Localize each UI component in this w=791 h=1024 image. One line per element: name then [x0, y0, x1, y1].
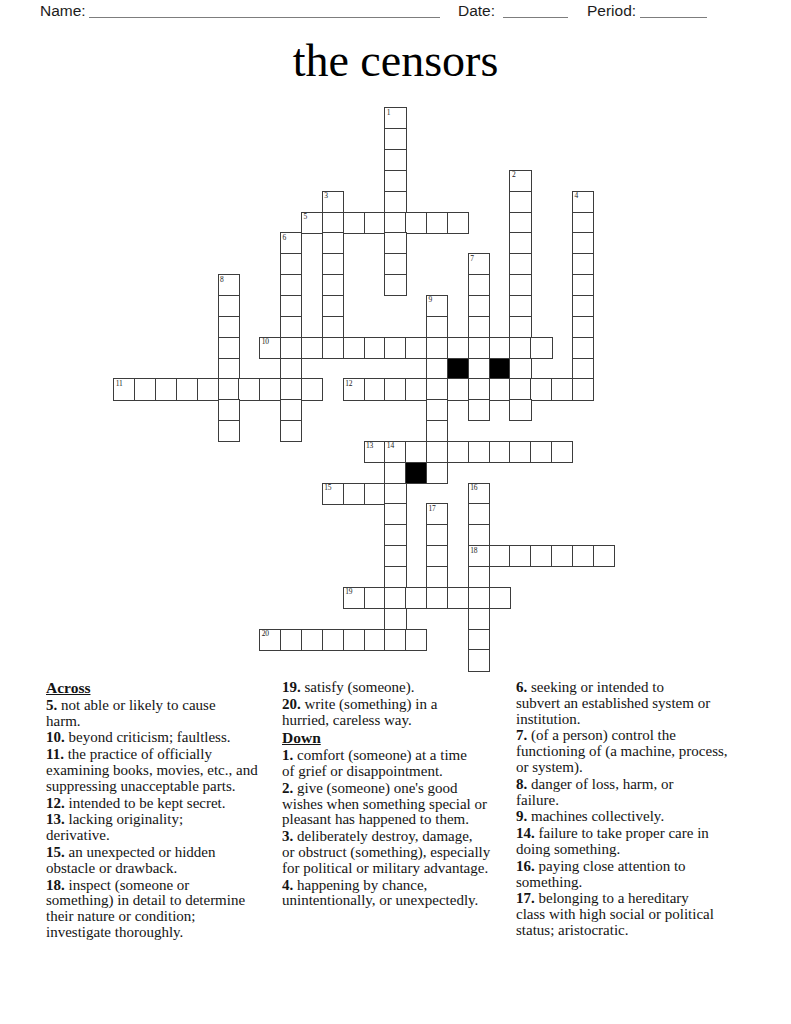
- grid-cell[interactable]: [489, 337, 511, 359]
- grid-cell[interactable]: [468, 399, 490, 421]
- grid-cell[interactable]: [218, 420, 240, 442]
- grid-cell[interactable]: [218, 399, 240, 421]
- cell-number: 10: [262, 338, 269, 346]
- grid-cell[interactable]: [530, 378, 552, 400]
- grid-cell[interactable]: 10: [259, 337, 281, 359]
- cell-number: 7: [470, 255, 474, 263]
- grid-cell[interactable]: [384, 545, 406, 567]
- cell-number: 19: [345, 588, 352, 596]
- grid-cell[interactable]: [280, 358, 302, 380]
- grid-cell[interactable]: [447, 378, 469, 400]
- black-cell: [489, 358, 511, 380]
- grid-cell[interactable]: [489, 587, 511, 609]
- grid-cell[interactable]: [405, 378, 427, 400]
- crossword-grid: 1234567891011121314151617181920: [114, 108, 636, 671]
- clue-column-3: 6. seeking or intended to subvert an est…: [516, 680, 756, 940]
- period-label: Period:: [587, 2, 636, 20]
- grid-cell[interactable]: [468, 274, 490, 296]
- grid-cell[interactable]: 7: [468, 253, 490, 275]
- grid-cell[interactable]: [218, 316, 240, 338]
- grid-cell[interactable]: [384, 212, 406, 234]
- grid-cell[interactable]: [384, 587, 406, 609]
- period-blank-line: [640, 2, 707, 18]
- grid-cell[interactable]: [572, 337, 594, 359]
- grid-cell[interactable]: [218, 337, 240, 359]
- grid-cell[interactable]: [426, 587, 448, 609]
- grid-cell[interactable]: [447, 212, 469, 234]
- grid-cell[interactable]: [301, 629, 323, 651]
- grid-cell[interactable]: [364, 212, 386, 234]
- grid-cell[interactable]: [572, 232, 594, 254]
- date-blank-line: [503, 2, 568, 18]
- clue-across-10: 10. beyond criticism; faultless.: [46, 730, 284, 746]
- clue-number: 7.: [516, 727, 527, 743]
- grid-cell[interactable]: [468, 337, 490, 359]
- grid-cell[interactable]: [447, 337, 469, 359]
- grid-cell[interactable]: [509, 191, 531, 213]
- grid-cell[interactable]: [384, 566, 406, 588]
- grid-cell[interactable]: [468, 608, 490, 630]
- cell-number: 15: [324, 484, 331, 492]
- grid-cell[interactable]: [364, 337, 386, 359]
- grid-cell[interactable]: [509, 232, 531, 254]
- grid-cell[interactable]: [238, 378, 260, 400]
- grid-cell[interactable]: [301, 378, 323, 400]
- grid-cell[interactable]: [468, 587, 490, 609]
- grid-cell[interactable]: [426, 316, 448, 338]
- grid-cell[interactable]: [509, 378, 531, 400]
- grid-cell[interactable]: 4: [572, 191, 594, 213]
- grid-cell[interactable]: 16: [468, 483, 490, 505]
- clue-down-2: 2. give (someone) one's good wishes when…: [282, 781, 518, 828]
- clue-text: belonging to a hereditary class with hig…: [516, 890, 714, 938]
- clue-column-1: Across 5. not able or likely to cause ha…: [46, 680, 284, 942]
- grid-cell[interactable]: [572, 295, 594, 317]
- puzzle-title: the censors: [0, 34, 791, 87]
- cell-number: 2: [512, 171, 516, 179]
- grid-cell[interactable]: [280, 253, 302, 275]
- grid-cell[interactable]: [384, 274, 406, 296]
- down-clue-list-continued: 6. seeking or intended to subvert an est…: [516, 680, 756, 939]
- clue-number: 9.: [516, 808, 527, 824]
- clue-down-1: 1. comfort (someone) at a time of grief …: [282, 748, 518, 780]
- grid-cell[interactable]: 5: [301, 212, 323, 234]
- clue-text: failure to take proper care in doing som…: [516, 825, 709, 857]
- grid-cell[interactable]: [509, 253, 531, 275]
- grid-cell[interactable]: [322, 295, 344, 317]
- grid-cell[interactable]: [322, 212, 344, 234]
- grid-cell[interactable]: [343, 629, 365, 651]
- grid-cell[interactable]: [364, 378, 386, 400]
- grid-cell[interactable]: [384, 629, 406, 651]
- grid-cell[interactable]: [384, 483, 406, 505]
- grid-cell[interactable]: [572, 316, 594, 338]
- clue-number: 15.: [46, 844, 65, 860]
- black-cell: [405, 462, 427, 484]
- grid-cell[interactable]: 20: [259, 629, 281, 651]
- clue-text: give (someone) one's good wishes when so…: [282, 780, 487, 828]
- grid-cell[interactable]: [509, 358, 531, 380]
- name-blank-line: [89, 2, 440, 18]
- grid-cell[interactable]: [384, 128, 406, 150]
- grid-cell[interactable]: [343, 483, 365, 505]
- grid-cell[interactable]: [426, 545, 448, 567]
- date-label: Date:: [458, 2, 495, 20]
- grid-cell[interactable]: [572, 212, 594, 234]
- clue-number: 19.: [282, 679, 301, 695]
- grid-cell[interactable]: [572, 545, 594, 567]
- cell-number: 1: [387, 109, 391, 117]
- clue-number: 5.: [46, 697, 57, 713]
- clue-text: beyond criticism; faultless.: [65, 729, 231, 745]
- grid-cell[interactable]: 12: [343, 378, 365, 400]
- grid-cell[interactable]: [384, 191, 406, 213]
- grid-cell[interactable]: [468, 316, 490, 338]
- clue-text: seeking or intended to subvert an establ…: [516, 679, 710, 727]
- clue-text: lacking originality; derivative.: [46, 811, 183, 843]
- grid-cell[interactable]: [530, 545, 552, 567]
- grid-cell[interactable]: 18: [468, 545, 490, 567]
- cell-number: 13: [366, 442, 373, 450]
- grid-cell[interactable]: [155, 378, 177, 400]
- grid-cell[interactable]: [384, 524, 406, 546]
- cell-number: 20: [262, 630, 269, 638]
- across-clue-list-continued: 19. satisfy (someone).20. write (somethi…: [282, 680, 518, 728]
- grid-cell[interactable]: [551, 545, 573, 567]
- cell-number: 18: [470, 547, 477, 555]
- grid-cell[interactable]: 19: [343, 587, 365, 609]
- grid-cell[interactable]: [426, 566, 448, 588]
- grid-cell[interactable]: 11: [113, 378, 135, 400]
- grid-cell[interactable]: [468, 503, 490, 525]
- grid-cell[interactable]: [489, 441, 511, 463]
- clue-text: an unexpected or hidden obstacle or draw…: [46, 844, 216, 876]
- grid-cell[interactable]: [509, 337, 531, 359]
- grid-cell[interactable]: [468, 649, 490, 671]
- grid-cell[interactable]: [197, 378, 219, 400]
- grid-cell[interactable]: [426, 441, 448, 463]
- grid-cell[interactable]: [384, 503, 406, 525]
- grid-cell[interactable]: [426, 358, 448, 380]
- grid-cell[interactable]: [405, 629, 427, 651]
- grid-cell[interactable]: [468, 441, 490, 463]
- grid-cell[interactable]: [384, 462, 406, 484]
- clue-across-12: 12. intended to be kept secret.: [46, 796, 284, 812]
- grid-cell[interactable]: [509, 212, 531, 234]
- clue-down-8: 8. danger of loss, harm, or failure.: [516, 777, 756, 809]
- grid-cell[interactable]: [468, 295, 490, 317]
- across-clue-list: 5. not able or likely to cause harm.10. …: [46, 698, 284, 941]
- grid-cell[interactable]: [405, 337, 427, 359]
- grid-cell[interactable]: [384, 378, 406, 400]
- clue-column-2: 19. satisfy (someone).20. write (somethi…: [282, 680, 518, 910]
- grid-cell[interactable]: [384, 253, 406, 275]
- grid-cell[interactable]: [301, 337, 323, 359]
- clue-number: 18.: [46, 877, 65, 893]
- grid-cell[interactable]: [280, 378, 302, 400]
- clue-text: (of a person) control the functioning of…: [516, 727, 728, 775]
- clue-across-18: 18. inspect (someone or something) in de…: [46, 878, 284, 941]
- grid-cell[interactable]: [343, 212, 365, 234]
- grid-cell[interactable]: [572, 274, 594, 296]
- grid-cell[interactable]: [322, 337, 344, 359]
- grid-cell[interactable]: [447, 441, 469, 463]
- grid-cell[interactable]: [426, 212, 448, 234]
- grid-cell[interactable]: [572, 358, 594, 380]
- grid-cell[interactable]: [384, 149, 406, 171]
- grid-cell[interactable]: [509, 441, 531, 463]
- grid-cell[interactable]: [322, 316, 344, 338]
- clue-text: deliberately destroy, damage, or obstruc…: [282, 828, 490, 876]
- grid-cell[interactable]: [134, 378, 156, 400]
- grid-cell[interactable]: [530, 337, 552, 359]
- clue-number: 11.: [46, 746, 64, 762]
- clue-text: satisfy (someone).: [301, 679, 415, 695]
- grid-cell[interactable]: [509, 399, 531, 421]
- clue-down-6: 6. seeking or intended to subvert an est…: [516, 680, 756, 727]
- grid-cell[interactable]: [280, 316, 302, 338]
- grid-cell[interactable]: [280, 295, 302, 317]
- clue-text: inspect (someone or something) in detail…: [46, 877, 245, 940]
- clue-down-14: 14. failure to take proper care in doing…: [516, 826, 756, 858]
- grid-cell[interactable]: [593, 545, 615, 567]
- grid-cell[interactable]: 1: [384, 107, 406, 129]
- grid-cell[interactable]: [405, 587, 427, 609]
- clue-text: not able or likely to cause harm.: [46, 697, 216, 729]
- grid-cell[interactable]: [405, 441, 427, 463]
- grid-cell[interactable]: [489, 378, 511, 400]
- clue-number: 13.: [46, 811, 65, 827]
- grid-cell[interactable]: [426, 462, 448, 484]
- cell-number: 11: [116, 380, 123, 388]
- cell-number: 12: [345, 380, 352, 388]
- cell-number: 3: [324, 192, 328, 200]
- clue-across-13: 13. lacking originality; derivative.: [46, 812, 284, 844]
- grid-cell[interactable]: [468, 629, 490, 651]
- across-heading: Across: [46, 680, 284, 696]
- cell-number: 5: [303, 213, 307, 221]
- cell-number: 9: [429, 296, 433, 304]
- down-heading: Down: [282, 730, 518, 746]
- clue-across-5: 5. not able or likely to cause harm.: [46, 698, 284, 730]
- grid-cell[interactable]: [405, 212, 427, 234]
- grid-cell[interactable]: [426, 524, 448, 546]
- clue-number: 8.: [516, 776, 527, 792]
- worksheet-page: Name: Date: Period: the censors 12345678…: [0, 0, 791, 1024]
- grid-cell[interactable]: 2: [509, 170, 531, 192]
- grid-cell[interactable]: 6: [280, 232, 302, 254]
- grid-cell[interactable]: [509, 545, 531, 567]
- grid-cell[interactable]: [280, 337, 302, 359]
- cell-number: 4: [575, 192, 579, 200]
- grid-cell[interactable]: [509, 295, 531, 317]
- clue-number: 6.: [516, 679, 527, 695]
- grid-cell[interactable]: [384, 232, 406, 254]
- clue-down-7: 7. (of a person) control the functioning…: [516, 728, 756, 775]
- clue-number: 17.: [516, 890, 535, 906]
- clue-number: 1.: [282, 747, 293, 763]
- clue-number: 16.: [516, 858, 535, 874]
- grid-cell[interactable]: 13: [364, 441, 386, 463]
- grid-cell[interactable]: [468, 566, 490, 588]
- grid-cell[interactable]: [489, 545, 511, 567]
- grid-cell[interactable]: [218, 378, 240, 400]
- clue-text: intended to be kept secret.: [65, 795, 226, 811]
- name-label: Name:: [40, 2, 86, 20]
- grid-cell[interactable]: 3: [322, 191, 344, 213]
- grid-cell[interactable]: [447, 587, 469, 609]
- grid-cell[interactable]: [384, 170, 406, 192]
- grid-cell[interactable]: [280, 629, 302, 651]
- clue-text: machines collectively.: [527, 808, 664, 824]
- grid-cell[interactable]: [509, 274, 531, 296]
- clue-number: 14.: [516, 825, 535, 841]
- clue-number: 4.: [282, 877, 293, 893]
- clue-number: 20.: [282, 696, 301, 712]
- grid-cell[interactable]: [426, 420, 448, 442]
- grid-cell[interactable]: 8: [218, 274, 240, 296]
- grid-cell[interactable]: [551, 378, 573, 400]
- grid-cell[interactable]: [551, 441, 573, 463]
- grid-cell[interactable]: [384, 608, 406, 630]
- clue-text: comfort (someone) at a time of grief or …: [282, 747, 467, 779]
- grid-cell[interactable]: 9: [426, 295, 448, 317]
- grid-cell[interactable]: [322, 253, 344, 275]
- clue-across-20: 20. write (something) in a hurried, care…: [282, 697, 518, 729]
- down-clue-list: 1. comfort (someone) at a time of grief …: [282, 748, 518, 909]
- clue-down-3: 3. deliberately destroy, damage, or obst…: [282, 829, 518, 876]
- grid-cell[interactable]: [280, 420, 302, 442]
- grid-cell[interactable]: [280, 399, 302, 421]
- black-cell: [447, 358, 469, 380]
- clue-text: danger of loss, harm, or failure.: [516, 776, 673, 808]
- grid-cell[interactable]: [572, 378, 594, 400]
- clue-down-16: 16. paying close attention to something.: [516, 859, 756, 891]
- grid-cell[interactable]: [426, 399, 448, 421]
- clue-text: happening by chance, unintentionally, or…: [282, 877, 478, 909]
- grid-cell[interactable]: [364, 483, 386, 505]
- grid-cell[interactable]: [426, 378, 448, 400]
- grid-cell[interactable]: [572, 253, 594, 275]
- grid-cell[interactable]: [530, 441, 552, 463]
- grid-cell[interactable]: [426, 337, 448, 359]
- grid-cell[interactable]: [322, 232, 344, 254]
- clue-across-15: 15. an unexpected or hidden obstacle or …: [46, 845, 284, 877]
- grid-cell[interactable]: [343, 337, 365, 359]
- grid-cell[interactable]: [468, 524, 490, 546]
- grid-cell[interactable]: [322, 629, 344, 651]
- grid-cell[interactable]: [364, 587, 386, 609]
- grid-cell[interactable]: [218, 295, 240, 317]
- grid-cell[interactable]: 14: [384, 441, 406, 463]
- clue-down-9: 9. machines collectively.: [516, 809, 756, 825]
- grid-cell[interactable]: [509, 316, 531, 338]
- grid-cell[interactable]: 17: [426, 503, 448, 525]
- clue-number: 10.: [46, 729, 65, 745]
- clue-across-19: 19. satisfy (someone).: [282, 680, 518, 696]
- grid-cell[interactable]: [364, 629, 386, 651]
- clue-down-17: 17. belonging to a hereditary class with…: [516, 891, 756, 938]
- clue-text: the practice of officially examining boo…: [46, 746, 258, 794]
- cell-number: 14: [387, 442, 394, 450]
- cell-number: 16: [470, 484, 477, 492]
- cell-number: 8: [220, 276, 224, 284]
- clue-across-11: 11. the practice of officially examining…: [46, 747, 284, 794]
- clue-text: write (something) in a hurried, careless…: [282, 696, 437, 728]
- grid-cell[interactable]: [280, 274, 302, 296]
- grid-cell[interactable]: [176, 378, 198, 400]
- grid-cell[interactable]: [218, 358, 240, 380]
- grid-cell[interactable]: [322, 274, 344, 296]
- clue-number: 12.: [46, 795, 65, 811]
- cell-number: 6: [283, 234, 287, 242]
- clue-down-4: 4. happening by chance, unintentionally,…: [282, 878, 518, 910]
- clue-text: paying close attention to something.: [516, 858, 686, 890]
- grid-cell[interactable]: [468, 358, 490, 380]
- grid-cell[interactable]: [384, 337, 406, 359]
- clue-number: 3.: [282, 828, 293, 844]
- cell-number: 17: [429, 505, 436, 513]
- clue-number: 2.: [282, 780, 293, 796]
- grid-cell[interactable]: [468, 378, 490, 400]
- grid-cell[interactable]: 15: [322, 483, 344, 505]
- grid-cell[interactable]: [259, 378, 281, 400]
